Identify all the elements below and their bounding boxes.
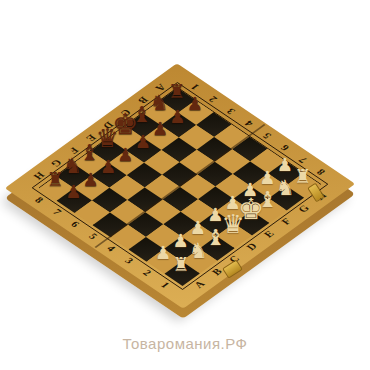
- piece-black-pawn[interactable]: ♟: [61, 183, 86, 201]
- watermark-text: Товаромания.РФ: [0, 335, 370, 352]
- product-photo: 12345678 87654321 ABCDEFGH HGFEDCBA ♜♟♟♜…: [0, 0, 370, 370]
- board-face: 12345678 87654321 ABCDEFGH HGFEDCBA ♜♟♟♜…: [5, 63, 356, 308]
- piece-white-rook[interactable]: ♜: [169, 255, 194, 274]
- chess-board: 12345678 87654321 ABCDEFGH HGFEDCBA ♜♟♟♜…: [5, 63, 356, 308]
